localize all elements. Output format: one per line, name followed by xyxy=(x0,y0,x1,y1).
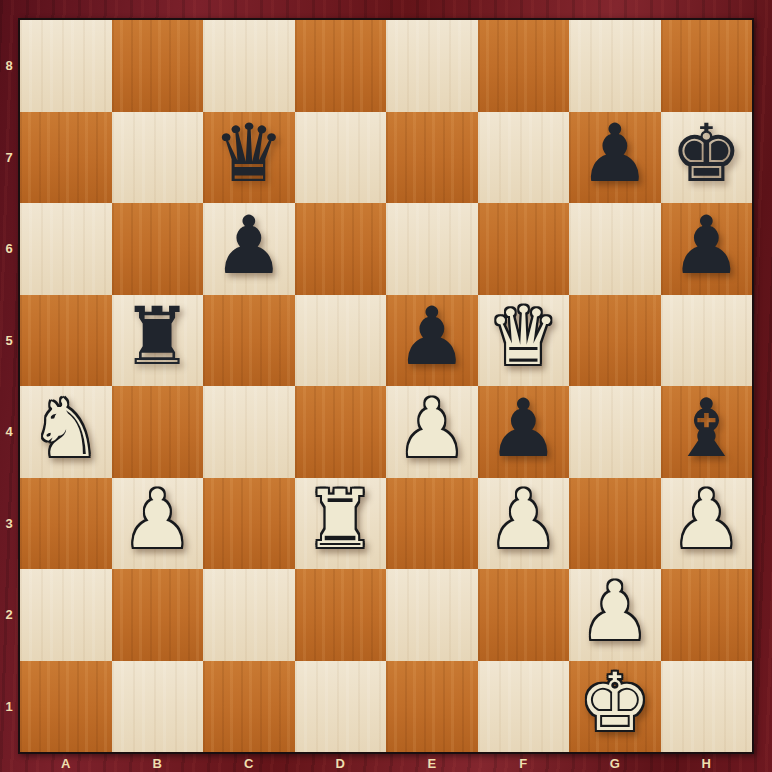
square-c8[interactable] xyxy=(203,20,295,112)
square-h4[interactable]: ♝ xyxy=(661,386,753,478)
square-c5[interactable] xyxy=(203,295,295,387)
white-pawn-piece-b3[interactable]: ♟ xyxy=(121,480,193,560)
square-g8[interactable] xyxy=(569,20,661,112)
file-label-C: C xyxy=(203,754,295,772)
square-c1[interactable] xyxy=(203,661,295,753)
square-f5[interactable]: ♛ xyxy=(478,295,570,387)
rank-label-8: 8 xyxy=(0,20,18,112)
file-label-B: B xyxy=(112,754,204,772)
square-d2[interactable] xyxy=(295,569,387,661)
rank-label-7: 7 xyxy=(0,112,18,204)
square-c7[interactable]: ♛ xyxy=(203,112,295,204)
black-pawn-piece-e5[interactable]: ♟ xyxy=(396,297,468,377)
black-queen-piece-c7[interactable]: ♛ xyxy=(213,114,285,194)
white-pawn-piece-f3[interactable]: ♟ xyxy=(487,480,559,560)
black-pawn-piece-f4[interactable]: ♟ xyxy=(487,389,559,469)
file-label-A: A xyxy=(20,754,112,772)
white-rook-piece-d3[interactable]: ♜ xyxy=(304,480,376,560)
square-g5[interactable] xyxy=(569,295,661,387)
board-frame: ♛♟♚♟♟♜♟♛♞♟♟♝♟♜♟♟♟♚ 87654321 ABCDEFGH xyxy=(0,0,772,772)
square-a3[interactable] xyxy=(20,478,112,570)
square-e1[interactable] xyxy=(386,661,478,753)
file-labels: ABCDEFGH xyxy=(20,754,752,772)
square-f1[interactable] xyxy=(478,661,570,753)
rank-labels: 87654321 xyxy=(0,20,18,752)
square-d5[interactable] xyxy=(295,295,387,387)
square-a8[interactable] xyxy=(20,20,112,112)
square-g1[interactable]: ♚ xyxy=(569,661,661,753)
square-g4[interactable] xyxy=(569,386,661,478)
black-rook-piece-b5[interactable]: ♜ xyxy=(121,297,193,377)
square-a2[interactable] xyxy=(20,569,112,661)
square-c4[interactable] xyxy=(203,386,295,478)
square-b2[interactable] xyxy=(112,569,204,661)
white-king-piece-g1[interactable]: ♚ xyxy=(579,663,651,743)
black-bishop-piece-h4[interactable]: ♝ xyxy=(670,389,742,469)
square-c2[interactable] xyxy=(203,569,295,661)
square-e6[interactable] xyxy=(386,203,478,295)
square-f6[interactable] xyxy=(478,203,570,295)
file-label-H: H xyxy=(661,754,753,772)
black-king-piece-h7[interactable]: ♚ xyxy=(670,114,742,194)
square-b7[interactable] xyxy=(112,112,204,204)
square-d1[interactable] xyxy=(295,661,387,753)
square-g7[interactable]: ♟ xyxy=(569,112,661,204)
square-f8[interactable] xyxy=(478,20,570,112)
square-b5[interactable]: ♜ xyxy=(112,295,204,387)
black-pawn-piece-c6[interactable]: ♟ xyxy=(213,206,285,286)
white-pawn-piece-g2[interactable]: ♟ xyxy=(579,572,651,652)
file-label-F: F xyxy=(478,754,570,772)
black-pawn-piece-h6[interactable]: ♟ xyxy=(670,206,742,286)
square-f7[interactable] xyxy=(478,112,570,204)
square-a5[interactable] xyxy=(20,295,112,387)
chess-board: ♛♟♚♟♟♜♟♛♞♟♟♝♟♜♟♟♟♚ xyxy=(18,18,754,754)
rank-label-3: 3 xyxy=(0,478,18,570)
square-d8[interactable] xyxy=(295,20,387,112)
rank-label-4: 4 xyxy=(0,386,18,478)
square-c6[interactable]: ♟ xyxy=(203,203,295,295)
square-a6[interactable] xyxy=(20,203,112,295)
white-knight-piece-a4[interactable]: ♞ xyxy=(30,389,102,469)
white-pawn-piece-e4[interactable]: ♟ xyxy=(396,389,468,469)
square-d4[interactable] xyxy=(295,386,387,478)
square-e5[interactable]: ♟ xyxy=(386,295,478,387)
file-label-E: E xyxy=(386,754,478,772)
square-f2[interactable] xyxy=(478,569,570,661)
square-g3[interactable] xyxy=(569,478,661,570)
square-c3[interactable] xyxy=(203,478,295,570)
square-e4[interactable]: ♟ xyxy=(386,386,478,478)
square-h5[interactable] xyxy=(661,295,753,387)
square-e2[interactable] xyxy=(386,569,478,661)
square-b6[interactable] xyxy=(112,203,204,295)
square-f4[interactable]: ♟ xyxy=(478,386,570,478)
square-a7[interactable] xyxy=(20,112,112,204)
white-queen-piece-f5[interactable]: ♛ xyxy=(487,297,559,377)
rank-label-6: 6 xyxy=(0,203,18,295)
square-b3[interactable]: ♟ xyxy=(112,478,204,570)
square-d3[interactable]: ♜ xyxy=(295,478,387,570)
black-pawn-piece-g7[interactable]: ♟ xyxy=(579,114,651,194)
square-b1[interactable] xyxy=(112,661,204,753)
file-label-D: D xyxy=(295,754,387,772)
square-h7[interactable]: ♚ xyxy=(661,112,753,204)
square-a4[interactable]: ♞ xyxy=(20,386,112,478)
square-d6[interactable] xyxy=(295,203,387,295)
square-h6[interactable]: ♟ xyxy=(661,203,753,295)
square-b8[interactable] xyxy=(112,20,204,112)
square-g2[interactable]: ♟ xyxy=(569,569,661,661)
square-d7[interactable] xyxy=(295,112,387,204)
file-label-G: G xyxy=(569,754,661,772)
square-f3[interactable]: ♟ xyxy=(478,478,570,570)
square-h8[interactable] xyxy=(661,20,753,112)
rank-label-1: 1 xyxy=(0,661,18,753)
square-h1[interactable] xyxy=(661,661,753,753)
square-e7[interactable] xyxy=(386,112,478,204)
square-h2[interactable] xyxy=(661,569,753,661)
square-h3[interactable]: ♟ xyxy=(661,478,753,570)
rank-label-5: 5 xyxy=(0,295,18,387)
square-e3[interactable] xyxy=(386,478,478,570)
rank-label-2: 2 xyxy=(0,569,18,661)
square-b4[interactable] xyxy=(112,386,204,478)
square-e8[interactable] xyxy=(386,20,478,112)
white-pawn-piece-h3[interactable]: ♟ xyxy=(670,480,742,560)
square-g6[interactable] xyxy=(569,203,661,295)
square-a1[interactable] xyxy=(20,661,112,753)
